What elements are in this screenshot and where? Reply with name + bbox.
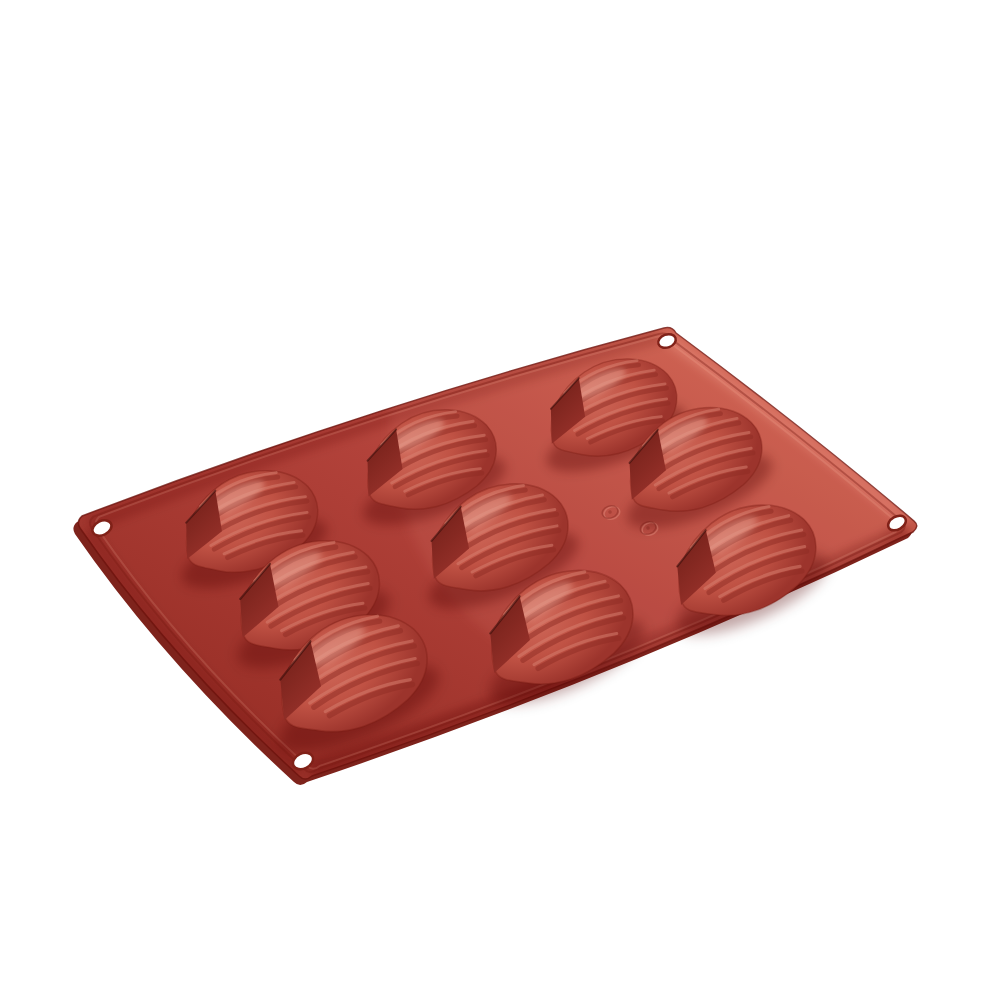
mold-illustration: [0, 0, 1000, 1000]
product-photo-stage: Terracotta-red 9-cavity silicone madelei…: [0, 0, 1000, 1000]
